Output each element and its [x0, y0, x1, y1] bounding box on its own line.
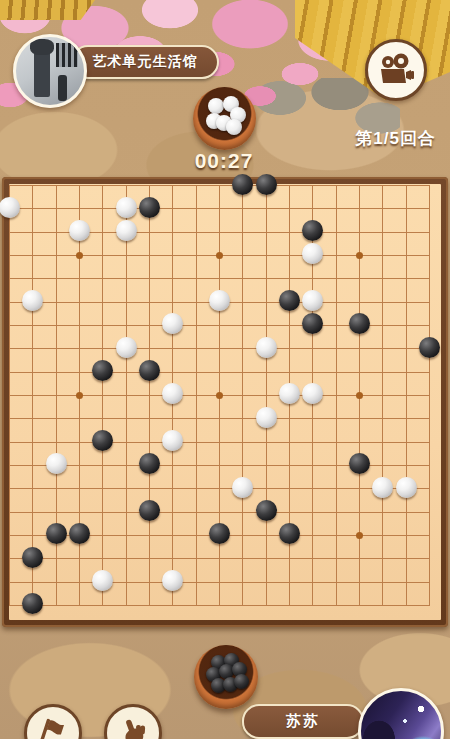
white-stone	[302, 383, 323, 404]
opponent-avatar[interactable]	[13, 34, 87, 108]
black-stone	[232, 174, 253, 195]
board-grid[interactable]	[9, 185, 430, 606]
star-point	[216, 392, 223, 399]
white-stone	[232, 477, 253, 498]
black-stone	[46, 523, 67, 544]
move-timer: 00:27	[174, 149, 274, 173]
white-bowl-stone	[226, 119, 242, 135]
star-point	[356, 532, 363, 539]
black-bowl-stone	[234, 674, 249, 689]
white-stone	[116, 337, 137, 358]
white-stone	[372, 477, 393, 498]
golden-roof-left-decoration	[0, 0, 95, 20]
flag-icon	[36, 717, 70, 739]
white-stone	[302, 243, 323, 264]
black-stone	[22, 547, 43, 568]
white-stone	[162, 313, 183, 334]
white-stone	[162, 570, 183, 591]
round-indicator: 第1/5回合	[355, 127, 436, 150]
avatar-statue-head-shape	[30, 39, 54, 55]
black-stone-bowl	[194, 645, 258, 709]
avatar-person-shape	[58, 75, 67, 101]
white-stone-bowl	[193, 87, 256, 150]
black-stone	[139, 197, 160, 218]
go-game-screen: 艺术单元生活馆 00:27 第1/5回合	[0, 0, 450, 739]
record-button[interactable]	[365, 39, 427, 101]
black-stone	[256, 500, 277, 521]
star-point	[356, 392, 363, 399]
black-stone	[279, 290, 300, 311]
star-point	[216, 252, 223, 259]
black-stone	[139, 500, 160, 521]
video-camera-icon	[377, 53, 415, 87]
white-stone	[162, 383, 183, 404]
player-name-pill: 苏苏	[242, 704, 364, 739]
black-stone	[256, 174, 277, 195]
black-stone	[92, 430, 113, 451]
black-stone	[209, 523, 230, 544]
pointing-hand-icon	[116, 717, 150, 739]
white-stone	[22, 290, 43, 311]
go-board	[2, 177, 448, 627]
player-name: 苏苏	[286, 712, 320, 731]
white-stone	[0, 197, 20, 218]
black-stone	[92, 360, 113, 381]
star-point	[356, 252, 363, 259]
star-point	[76, 252, 83, 259]
white-stone	[69, 220, 90, 241]
white-stone	[46, 453, 67, 474]
black-stone	[139, 453, 160, 474]
white-stone	[116, 197, 137, 218]
black-stone	[302, 220, 323, 241]
star-point	[76, 392, 83, 399]
black-stone	[279, 523, 300, 544]
white-stone	[209, 290, 230, 311]
white-bowl-stone	[208, 98, 224, 114]
white-stone	[302, 290, 323, 311]
white-stone	[116, 220, 137, 241]
opponent-name: 艺术单元生活馆	[93, 53, 198, 71]
opponent-name-pill: 艺术单元生活馆	[71, 45, 219, 79]
avatar-building-window-shape	[56, 43, 78, 67]
black-stone	[419, 337, 440, 358]
black-stone	[139, 360, 160, 381]
black-stone	[349, 313, 370, 334]
black-stone	[349, 453, 370, 474]
white-stone	[256, 407, 277, 428]
white-stone	[256, 337, 277, 358]
white-stone	[279, 383, 300, 404]
white-stone	[396, 477, 417, 498]
black-stone	[302, 313, 323, 334]
black-stone	[69, 523, 90, 544]
white-stone	[92, 570, 113, 591]
white-stone	[162, 430, 183, 451]
